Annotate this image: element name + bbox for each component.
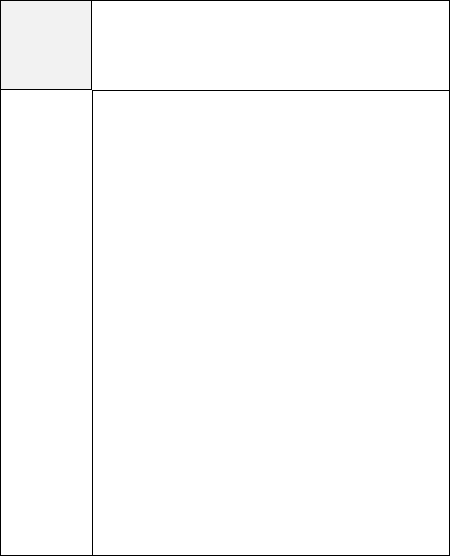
nonogram-puzzle xyxy=(0,0,470,556)
row-clues xyxy=(0,90,92,556)
column-clues xyxy=(92,0,450,90)
puzzle-grid xyxy=(92,90,450,556)
corner-watermark xyxy=(0,0,92,90)
